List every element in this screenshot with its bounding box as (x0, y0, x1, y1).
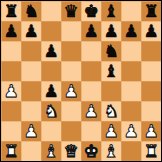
piece-white-rook[interactable]: ♜ (143, 141, 158, 161)
piece-black-rook[interactable]: ♜ (143, 1, 158, 21)
square-e6[interactable] (81, 41, 101, 61)
square-b8[interactable]: ♞ (21, 1, 41, 21)
piece-white-pawn[interactable]: ♟ (123, 121, 138, 141)
piece-white-pawn[interactable]: ♟ (103, 121, 118, 141)
square-c7[interactable] (41, 21, 61, 41)
square-h3[interactable] (141, 101, 161, 121)
square-f8[interactable]: ♝ (101, 1, 121, 21)
square-d4[interactable]: ♟ (61, 81, 81, 101)
piece-white-pawn[interactable]: ♟ (143, 121, 158, 141)
square-a2[interactable] (1, 121, 21, 141)
square-h2[interactable]: ♟ (141, 121, 161, 141)
square-f5[interactable]: ♝ (101, 61, 121, 81)
square-b1[interactable] (21, 141, 41, 161)
square-g4[interactable] (121, 81, 141, 101)
square-e4[interactable] (81, 81, 101, 101)
square-c1[interactable]: ♝ (41, 141, 61, 161)
piece-black-queen[interactable]: ♛ (63, 1, 78, 21)
square-b3[interactable] (21, 101, 41, 121)
square-d1[interactable]: ♛ (61, 141, 81, 161)
square-a8[interactable]: ♜ (1, 1, 21, 21)
piece-white-knight[interactable]: ♞ (103, 101, 118, 121)
piece-white-pawn[interactable]: ♟ (63, 81, 78, 101)
piece-black-pawn[interactable]: ♟ (143, 21, 158, 41)
piece-black-knight[interactable]: ♞ (103, 41, 118, 61)
square-g8[interactable] (121, 1, 141, 21)
piece-white-king[interactable]: ♚ (83, 141, 98, 161)
square-d2[interactable] (61, 121, 81, 141)
square-b2[interactable]: ♟ (21, 121, 41, 141)
square-a7[interactable]: ♟ (1, 21, 21, 41)
piece-black-knight[interactable]: ♞ (23, 1, 38, 21)
piece-white-bishop[interactable]: ♝ (43, 141, 58, 161)
piece-white-pawn[interactable]: ♟ (23, 121, 38, 141)
square-b4[interactable] (21, 81, 41, 101)
square-b7[interactable]: ♟ (21, 21, 41, 41)
square-h8[interactable]: ♜ (141, 1, 161, 21)
square-e3[interactable]: ♟ (81, 101, 101, 121)
piece-black-bishop[interactable]: ♝ (103, 1, 118, 21)
square-g3[interactable] (121, 101, 141, 121)
piece-black-king[interactable]: ♚ (83, 1, 98, 21)
square-f6[interactable]: ♞ (101, 41, 121, 61)
square-f1[interactable]: ♝ (101, 141, 121, 161)
square-g7[interactable]: ♟ (121, 21, 141, 41)
square-g2[interactable]: ♟ (121, 121, 141, 141)
piece-white-bishop[interactable]: ♝ (103, 141, 118, 161)
piece-white-queen[interactable]: ♛ (63, 141, 78, 161)
square-e2[interactable] (81, 121, 101, 141)
piece-white-pawn[interactable]: ♟ (3, 81, 18, 101)
square-h6[interactable] (141, 41, 161, 61)
square-a1[interactable]: ♜ (1, 141, 21, 161)
square-g5[interactable] (121, 61, 141, 81)
square-c8[interactable] (41, 1, 61, 21)
square-c4[interactable]: ♟ (41, 81, 61, 101)
square-f4[interactable] (101, 81, 121, 101)
square-g1[interactable] (121, 141, 141, 161)
square-d7[interactable] (61, 21, 81, 41)
square-e8[interactable]: ♚ (81, 1, 101, 21)
square-b6[interactable] (21, 41, 41, 61)
square-d6[interactable] (61, 41, 81, 61)
square-a6[interactable] (1, 41, 21, 61)
piece-black-pawn[interactable]: ♟ (43, 41, 58, 61)
square-g6[interactable] (121, 41, 141, 61)
square-e5[interactable] (81, 61, 101, 81)
piece-black-pawn[interactable]: ♟ (43, 81, 58, 101)
square-f7[interactable]: ♟ (101, 21, 121, 41)
square-d3[interactable] (61, 101, 81, 121)
square-e7[interactable]: ♟ (81, 21, 101, 41)
piece-black-pawn[interactable]: ♟ (83, 21, 98, 41)
chess-board-window: ♜♞♛♚♝♜♟♟♟♟♟♟♟♞♝♟♟♟♞♟♞♟♟♟♟♜♝♛♚♝♜ (0, 0, 162, 162)
square-a3[interactable] (1, 101, 21, 121)
chess-board: ♜♞♛♚♝♜♟♟♟♟♟♟♟♞♝♟♟♟♞♟♞♟♟♟♟♜♝♛♚♝♜ (0, 0, 162, 162)
square-c2[interactable] (41, 121, 61, 141)
piece-black-pawn[interactable]: ♟ (3, 21, 18, 41)
square-c5[interactable] (41, 61, 61, 81)
square-c3[interactable]: ♞ (41, 101, 61, 121)
square-h5[interactable] (141, 61, 161, 81)
piece-white-knight[interactable]: ♞ (43, 101, 58, 121)
square-a4[interactable]: ♟ (1, 81, 21, 101)
piece-white-pawn[interactable]: ♟ (83, 101, 98, 121)
square-f2[interactable]: ♟ (101, 121, 121, 141)
square-d8[interactable]: ♛ (61, 1, 81, 21)
square-h4[interactable] (141, 81, 161, 101)
square-e1[interactable]: ♚ (81, 141, 101, 161)
square-c6[interactable]: ♟ (41, 41, 61, 61)
piece-white-rook[interactable]: ♜ (3, 141, 18, 161)
square-b5[interactable] (21, 61, 41, 81)
piece-black-bishop[interactable]: ♝ (103, 61, 118, 81)
piece-black-pawn[interactable]: ♟ (123, 21, 138, 41)
square-f3[interactable]: ♞ (101, 101, 121, 121)
square-h1[interactable]: ♜ (141, 141, 161, 161)
square-d5[interactable] (61, 61, 81, 81)
piece-black-pawn[interactable]: ♟ (103, 21, 118, 41)
piece-black-pawn[interactable]: ♟ (23, 21, 38, 41)
square-a5[interactable] (1, 61, 21, 81)
square-h7[interactable]: ♟ (141, 21, 161, 41)
piece-black-rook[interactable]: ♜ (3, 1, 18, 21)
